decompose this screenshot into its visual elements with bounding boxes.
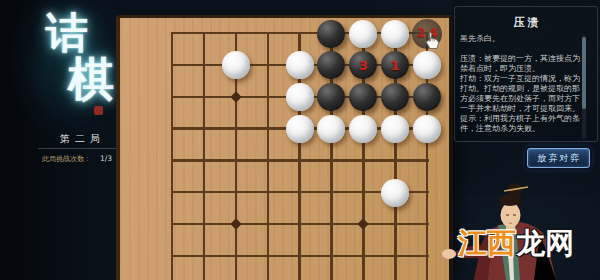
challenge-value: 1/3 [100,154,112,163]
game-screen: 诘 棋 第二局 此局挑战次数： 1/3 31 2 4 压溃 黑先杀白。 压溃：被… [0,0,600,280]
black-stone [349,83,377,111]
black-stone [317,20,345,48]
white-stone [286,115,314,143]
white-stone [381,115,409,143]
white-stone [286,83,314,111]
white-stone [349,20,377,48]
watermark-orange-text: 江西 [458,226,516,260]
white-stone [381,179,409,207]
move-number: 3 [349,51,377,79]
white-stone [381,20,409,48]
white-stone [413,115,441,143]
black-stone [317,51,345,79]
go-board[interactable]: 31 2 4 [116,15,453,280]
black-stone [381,83,409,111]
left-panel-divider [38,148,116,149]
hand-cursor-icon [423,31,444,52]
puzzle-title-char-1: 诘 [46,12,88,54]
star-point [230,91,241,102]
challenge-label: 此局挑战次数： [42,154,91,164]
black-stone: 3 [349,51,377,79]
star-point [358,219,369,230]
white-stone [317,115,345,143]
white-stone [286,51,314,79]
npc-character [436,167,598,280]
scrollbar-thumb[interactable] [582,37,586,109]
red-seal-icon [94,106,103,115]
site-watermark: 江西龙网 [458,229,574,258]
move-number: 1 [381,51,409,79]
puzzle-title-char-2: 棋 [68,56,114,102]
give-up-button[interactable]: 放弃对弈 [527,148,590,168]
rules-body-text: 黑先杀白。 压溃：被要提的一方，其连接点为禁着点时，即为压溃。 打劫：双方一子互… [460,34,581,134]
round-label: 第二局 [30,132,130,146]
white-stone [222,51,250,79]
ghost-stone-marker[interactable]: 2 4 [412,19,442,49]
rules-title: 压溃 [455,15,597,30]
watermark-white-text: 龙网 [516,226,574,260]
white-stone [413,51,441,79]
challenge-count: 此局挑战次数： 1/3 [42,154,112,164]
black-stone [317,83,345,111]
rules-panel: 压溃 黑先杀白。 压溃：被要提的一方，其连接点为禁着点时，即为压溃。 打劫：双方… [454,6,598,142]
black-stone: 1 [381,51,409,79]
star-point [230,219,241,230]
scrollbar[interactable] [582,35,586,139]
white-stone [349,115,377,143]
black-stone [413,83,441,111]
